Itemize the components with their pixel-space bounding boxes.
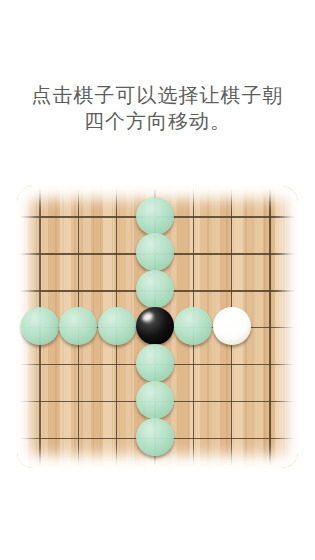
stone-black[interactable] <box>136 307 174 345</box>
tutorial-text-line-1: 点击棋子可以选择让棋子朝 <box>0 82 315 108</box>
stone-green[interactable] <box>136 418 174 456</box>
tutorial-text-line-2: 四个方向移动。 <box>0 108 315 134</box>
stone-green[interactable] <box>21 307 59 345</box>
stone-green[interactable] <box>136 344 174 382</box>
stone-green[interactable] <box>136 381 174 419</box>
stone-green[interactable] <box>136 197 174 235</box>
tutorial-screen: 点击棋子可以选择让棋子朝 四个方向移动。 <box>0 0 315 560</box>
stone-green[interactable] <box>98 307 136 345</box>
game-board <box>17 186 298 468</box>
stone-white[interactable] <box>213 307 251 345</box>
tutorial-instructions: 点击棋子可以选择让棋子朝 四个方向移动。 <box>0 82 315 134</box>
